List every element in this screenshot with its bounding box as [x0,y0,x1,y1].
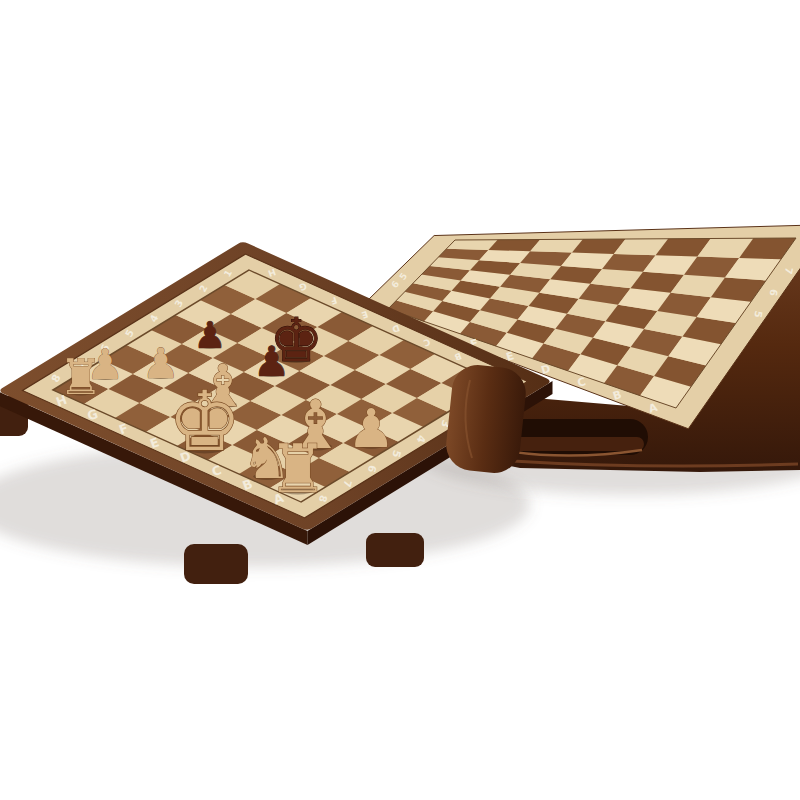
box-end-cap [444,362,529,475]
piece-wR-a8[interactable]: ♜ [268,430,328,508]
piece-wK-d8[interactable]: ♚ [168,373,242,469]
piece-wP-a5[interactable]: ♟ [347,397,395,460]
piece-bP-g4[interactable]: ♟ [193,314,226,357]
chess-set-scene: FEDCBA876556 HHGGFFEEDDCCBBAA11223344556… [0,0,800,800]
piece-bP-e4[interactable]: ♟ [253,337,290,386]
product-photo-stage: FEDCBA876556 HHGGFFEEDDCCBBAA11223344556… [0,0,800,800]
piece-wR-h8[interactable]: ♜ [59,349,103,406]
box-handle-groove [506,419,648,456]
